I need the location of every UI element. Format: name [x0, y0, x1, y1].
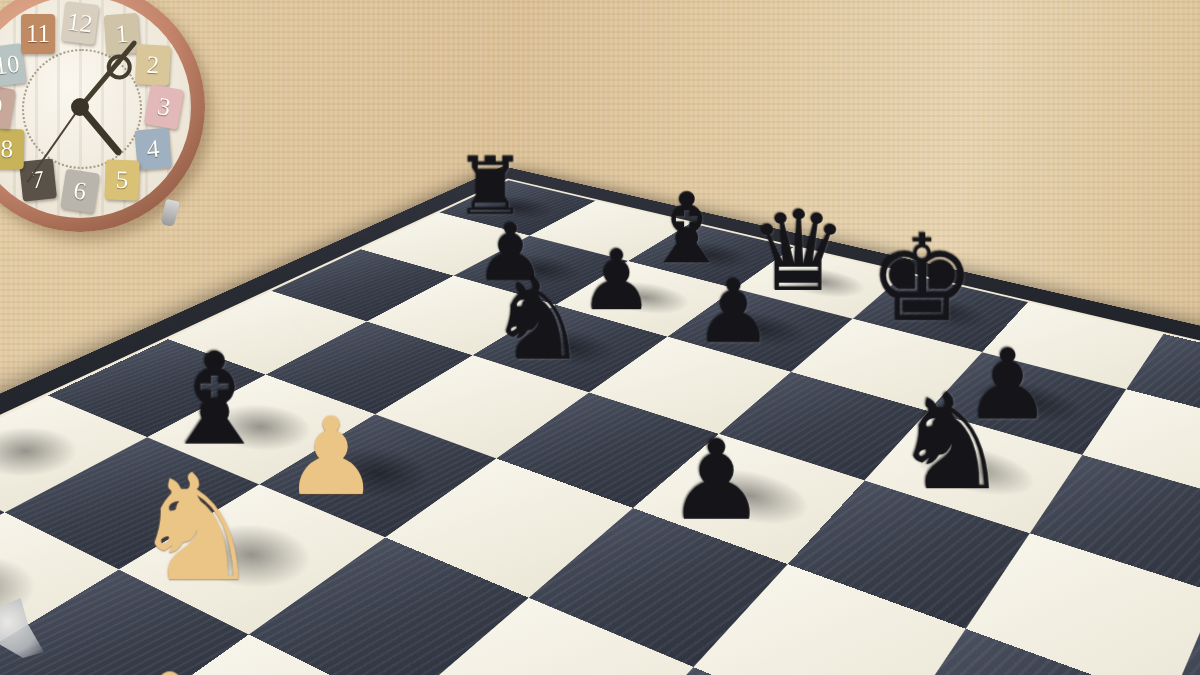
clock-number-11: 11: [21, 14, 55, 54]
board-frame: ♜♝♛♚♟♟♟♟♞♞♟♝♟♟♞♟♟♟♟♝♚♛: [0, 166, 1200, 675]
clock-number-2: 2: [135, 44, 171, 86]
piece-white-pawn-d2: ♟: [106, 655, 235, 675]
square-g7: [1082, 389, 1200, 504]
board-grid: ♜♝♛♚♟♟♟♟♞♞♟♝♟♟♞♟♟♟♟♝♚♛: [0, 180, 1200, 675]
photo-scene: ♜♝♛♚♟♟♟♟♞♞♟♝♟♟♞♟♟♟♟♝♚♛ 121234567891011: [0, 0, 1200, 675]
clock-number-6: 6: [60, 169, 100, 214]
piece-white-pawn-c4: ♟: [283, 404, 379, 511]
clock-number-12: 12: [61, 1, 100, 45]
clock-number-9: 9: [0, 85, 16, 129]
alarm-clock: 121234567891011: [0, 0, 205, 232]
chess-board: ♜♝♛♚♟♟♟♟♞♞♟♝♟♟♞♟♟♟♟♝♚♛: [0, 166, 1200, 675]
clock-number-8: 8: [0, 129, 25, 170]
piece-black-knight-c6: ♞: [488, 265, 588, 377]
clock-number-1: 1: [104, 13, 141, 55]
piece-white-pawn-a3: ♟: [0, 384, 14, 488]
piece-black-pawn-e5: ♟: [666, 426, 765, 537]
piece-black-pawn-d7: ♟: [695, 268, 774, 356]
clock-hub: [71, 98, 89, 116]
piece-black-pawn-c7: ♟: [580, 239, 655, 322]
clock-number-3: 3: [144, 84, 184, 129]
piece-black-knight-f6: ♞: [892, 376, 1011, 508]
clock-number-4: 4: [134, 128, 171, 171]
piece-white-knight-c3: ♞: [131, 455, 263, 602]
piece-shadow: [0, 415, 103, 490]
piece-black-king-e8: ♚: [868, 219, 975, 339]
clock-foot: [160, 199, 180, 228]
clock-number-5: 5: [104, 159, 139, 200]
board-inner-border: ♜♝♛♚♟♟♟♟♞♞♟♝♟♟♞♟♟♟♟♝♚♛: [0, 179, 1200, 675]
